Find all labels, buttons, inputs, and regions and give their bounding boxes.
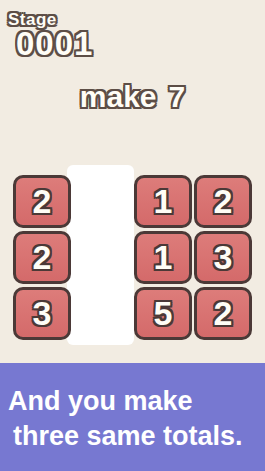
tile-r2-c3[interactable]: 1: [134, 231, 192, 284]
banner-line-1: And you make: [8, 384, 265, 419]
tile-r3-c3[interactable]: 5: [134, 287, 192, 340]
tile-r3-c1[interactable]: 3: [13, 287, 71, 340]
stage-number: 0001: [16, 25, 93, 63]
tile-r2-c1[interactable]: 2: [13, 231, 71, 284]
tile-r1-c3[interactable]: 1: [134, 175, 192, 228]
goal-text: make7: [0, 80, 265, 114]
tutorial-banner: And you make three same totals.: [0, 363, 265, 471]
game-screen: Stage 0001 make7 212213352 And you make …: [0, 0, 265, 471]
tile-r1-c4[interactable]: 2: [194, 175, 252, 228]
goal-verb: make: [80, 80, 157, 113]
banner-line-2: three same totals.: [13, 419, 265, 454]
tile-r2-c4[interactable]: 3: [194, 231, 252, 284]
tile-r1-c1[interactable]: 2: [13, 175, 71, 228]
tile-r3-c4[interactable]: 2: [194, 287, 252, 340]
goal-target-number: 7: [169, 80, 186, 113]
empty-column-slot[interactable]: [67, 165, 134, 345]
